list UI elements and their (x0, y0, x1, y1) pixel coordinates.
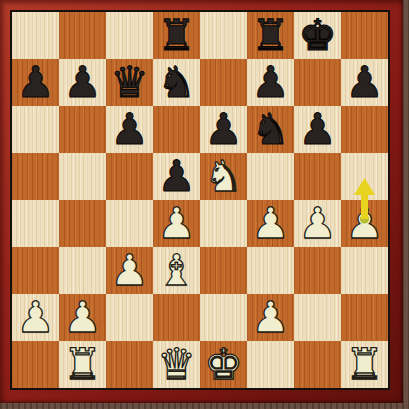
piece-black-pawn[interactable]: ♟ (157, 155, 196, 198)
piece-white-pawn[interactable]: ♟ (251, 202, 290, 245)
piece-white-rook[interactable]: ♜ (345, 343, 384, 386)
square-e8[interactable] (200, 12, 247, 59)
square-g3[interactable] (294, 247, 341, 294)
square-a4[interactable] (12, 200, 59, 247)
square-c7[interactable]: ♛ (106, 59, 153, 106)
square-d8[interactable]: ♜ (153, 12, 200, 59)
square-e6[interactable]: ♟ (200, 106, 247, 153)
square-c1[interactable] (106, 341, 153, 388)
piece-black-knight[interactable]: ♞ (251, 108, 290, 151)
piece-white-queen[interactable]: ♛ (157, 343, 196, 386)
square-c5[interactable] (106, 153, 153, 200)
piece-white-king[interactable]: ♚ (204, 343, 243, 386)
square-a2[interactable]: ♟ (12, 294, 59, 341)
square-h3[interactable] (341, 247, 388, 294)
piece-white-pawn[interactable]: ♟ (16, 296, 55, 339)
square-h5[interactable] (341, 153, 388, 200)
piece-black-pawn[interactable]: ♟ (345, 61, 384, 104)
piece-black-king[interactable]: ♚ (298, 14, 337, 57)
square-b8[interactable] (59, 12, 106, 59)
piece-black-rook[interactable]: ♜ (157, 14, 196, 57)
square-g5[interactable] (294, 153, 341, 200)
square-f1[interactable] (247, 341, 294, 388)
square-e3[interactable] (200, 247, 247, 294)
square-a3[interactable] (12, 247, 59, 294)
square-d1[interactable]: ♛ (153, 341, 200, 388)
square-a1[interactable] (12, 341, 59, 388)
square-g6[interactable]: ♟ (294, 106, 341, 153)
square-g8[interactable]: ♚ (294, 12, 341, 59)
square-e7[interactable] (200, 59, 247, 106)
square-d6[interactable] (153, 106, 200, 153)
piece-black-queen[interactable]: ♛ (110, 61, 149, 104)
piece-white-bishop[interactable]: ♝ (157, 249, 196, 292)
square-f8[interactable]: ♜ (247, 12, 294, 59)
square-f5[interactable] (247, 153, 294, 200)
square-a7[interactable]: ♟ (12, 59, 59, 106)
square-h7[interactable]: ♟ (341, 59, 388, 106)
square-g1[interactable] (294, 341, 341, 388)
piece-white-rook[interactable]: ♜ (63, 343, 102, 386)
square-f7[interactable]: ♟ (247, 59, 294, 106)
square-h8[interactable] (341, 12, 388, 59)
square-h2[interactable] (341, 294, 388, 341)
piece-white-pawn[interactable]: ♟ (110, 249, 149, 292)
square-h1[interactable]: ♜ (341, 341, 388, 388)
square-c8[interactable] (106, 12, 153, 59)
piece-black-pawn[interactable]: ♟ (110, 108, 149, 151)
square-b2[interactable]: ♟ (59, 294, 106, 341)
piece-black-pawn[interactable]: ♟ (16, 61, 55, 104)
square-g4[interactable]: ♟ (294, 200, 341, 247)
square-a5[interactable] (12, 153, 59, 200)
square-d5[interactable]: ♟ (153, 153, 200, 200)
square-b7[interactable]: ♟ (59, 59, 106, 106)
chess-board: ♜♜♚♟♟♛♞♟♟♟♟♞♟♟♞♟♟♟♟♟♝♟♟♟♜♛♚♜ (10, 10, 390, 390)
square-g2[interactable] (294, 294, 341, 341)
square-e5[interactable]: ♞ (200, 153, 247, 200)
piece-white-pawn[interactable]: ♟ (345, 202, 384, 245)
square-d7[interactable]: ♞ (153, 59, 200, 106)
square-h4[interactable]: ♟ (341, 200, 388, 247)
square-e2[interactable] (200, 294, 247, 341)
square-b4[interactable] (59, 200, 106, 247)
square-h6[interactable] (341, 106, 388, 153)
piece-black-pawn[interactable]: ♟ (63, 61, 102, 104)
square-e1[interactable]: ♚ (200, 341, 247, 388)
square-a6[interactable] (12, 106, 59, 153)
board-frame: ♜♜♚♟♟♛♞♟♟♟♟♞♟♟♞♟♟♟♟♟♝♟♟♟♜♛♚♜ (0, 0, 409, 409)
piece-black-rook[interactable]: ♜ (251, 14, 290, 57)
piece-white-knight[interactable]: ♞ (204, 155, 243, 198)
square-a8[interactable] (12, 12, 59, 59)
square-d4[interactable]: ♟ (153, 200, 200, 247)
square-b1[interactable]: ♜ (59, 341, 106, 388)
piece-black-pawn[interactable]: ♟ (204, 108, 243, 151)
square-e4[interactable] (200, 200, 247, 247)
piece-black-pawn[interactable]: ♟ (251, 61, 290, 104)
square-c3[interactable]: ♟ (106, 247, 153, 294)
square-b5[interactable] (59, 153, 106, 200)
piece-white-pawn[interactable]: ♟ (251, 296, 290, 339)
piece-black-pawn[interactable]: ♟ (298, 108, 337, 151)
square-c2[interactable] (106, 294, 153, 341)
square-b3[interactable] (59, 247, 106, 294)
square-c6[interactable]: ♟ (106, 106, 153, 153)
square-f4[interactable]: ♟ (247, 200, 294, 247)
square-c4[interactable] (106, 200, 153, 247)
square-b6[interactable] (59, 106, 106, 153)
piece-white-pawn[interactable]: ♟ (157, 202, 196, 245)
piece-white-pawn[interactable]: ♟ (298, 202, 337, 245)
square-d2[interactable] (153, 294, 200, 341)
piece-white-pawn[interactable]: ♟ (63, 296, 102, 339)
square-f3[interactable] (247, 247, 294, 294)
square-f2[interactable]: ♟ (247, 294, 294, 341)
piece-black-knight[interactable]: ♞ (157, 61, 196, 104)
square-d3[interactable]: ♝ (153, 247, 200, 294)
square-g7[interactable] (294, 59, 341, 106)
square-f6[interactable]: ♞ (247, 106, 294, 153)
